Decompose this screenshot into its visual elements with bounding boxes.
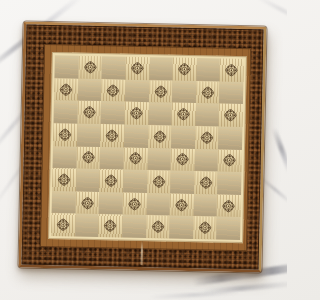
- floral-motif-icon: [198, 129, 216, 146]
- floral-motif-icon: [199, 84, 217, 101]
- square-r5c6[interactable]: [171, 148, 195, 171]
- floral-motif-icon: [126, 195, 144, 212]
- floral-motif-icon: [128, 60, 146, 77]
- floral-motif-icon: [127, 150, 145, 167]
- square-r7c3[interactable]: [99, 192, 123, 215]
- square-r4c1[interactable]: [53, 123, 77, 146]
- square-r2c2[interactable]: [78, 78, 102, 101]
- square-r3c1[interactable]: [53, 100, 77, 123]
- floral-motif-icon: [151, 128, 169, 145]
- square-r1c2[interactable]: [78, 56, 102, 79]
- board-outer-edge: [18, 21, 266, 272]
- square-r4c2[interactable]: [77, 124, 101, 147]
- floral-motif-icon: [102, 172, 120, 189]
- square-r7c4[interactable]: [122, 192, 146, 215]
- square-r3c7[interactable]: [195, 103, 219, 126]
- square-r8c6[interactable]: [169, 216, 193, 239]
- floral-motif-icon: [173, 196, 191, 213]
- square-r1c3[interactable]: [102, 56, 126, 79]
- floral-motif-icon: [101, 217, 119, 234]
- floral-motif-icon: [150, 173, 168, 190]
- square-r8c1[interactable]: [51, 213, 75, 236]
- floral-motif-icon: [197, 174, 215, 191]
- square-r8c5[interactable]: [146, 215, 170, 238]
- marble-vein: [148, 291, 240, 300]
- square-r7c8[interactable]: [217, 194, 241, 217]
- floral-motif-icon: [81, 59, 99, 76]
- marble-vein: [255, 0, 287, 26]
- plain-border: [40, 44, 251, 251]
- square-r7c2[interactable]: [75, 191, 99, 214]
- square-r2c5[interactable]: [148, 80, 172, 103]
- floral-motif-icon: [176, 61, 194, 78]
- square-r3c4[interactable]: [124, 102, 148, 125]
- square-r3c2[interactable]: [77, 101, 101, 124]
- square-r7c1[interactable]: [52, 191, 76, 214]
- floral-motif-icon: [220, 197, 238, 214]
- floral-motif-icon: [222, 107, 240, 124]
- floral-motif-icon: [103, 127, 121, 144]
- square-r1c6[interactable]: [173, 58, 197, 81]
- floral-motif-icon: [57, 81, 75, 98]
- square-r1c7[interactable]: [196, 58, 220, 81]
- board-grid: [51, 55, 244, 240]
- floral-motif-icon: [127, 105, 145, 122]
- square-r8c7[interactable]: [193, 216, 217, 239]
- marble-vein: [271, 127, 287, 174]
- square-r4c8[interactable]: [218, 126, 242, 149]
- square-r8c4[interactable]: [122, 215, 146, 238]
- square-r6c4[interactable]: [123, 170, 147, 193]
- square-r7c5[interactable]: [146, 193, 170, 216]
- square-r2c1[interactable]: [54, 78, 78, 101]
- square-r1c1[interactable]: [54, 55, 78, 78]
- square-r4c4[interactable]: [124, 124, 148, 147]
- square-r6c2[interactable]: [76, 169, 100, 192]
- square-r5c3[interactable]: [100, 147, 124, 170]
- carved-border: [22, 25, 264, 270]
- floral-motif-icon: [149, 218, 167, 235]
- marble-vein: [202, 281, 287, 295]
- chess-board: [18, 21, 266, 272]
- floral-motif-icon: [104, 82, 122, 99]
- square-r4c7[interactable]: [195, 126, 219, 149]
- square-r2c7[interactable]: [196, 81, 220, 104]
- square-r8c2[interactable]: [75, 214, 99, 237]
- floral-motif-icon: [174, 151, 192, 168]
- square-r4c5[interactable]: [147, 125, 171, 148]
- floral-motif-icon: [80, 104, 98, 121]
- square-r2c8[interactable]: [219, 81, 243, 104]
- square-r4c3[interactable]: [100, 124, 124, 147]
- floral-motif-icon: [175, 106, 193, 123]
- square-r4c6[interactable]: [171, 125, 195, 148]
- floral-motif-icon: [56, 126, 74, 143]
- square-r2c3[interactable]: [101, 79, 125, 102]
- square-r8c3[interactable]: [98, 214, 122, 237]
- square-r2c4[interactable]: [125, 79, 149, 102]
- square-r5c7[interactable]: [194, 149, 218, 172]
- floral-motif-icon: [221, 152, 239, 169]
- square-r1c8[interactable]: [220, 59, 244, 82]
- floral-motif-icon: [152, 83, 170, 100]
- square-r3c3[interactable]: [101, 101, 125, 124]
- field-outline: [48, 52, 247, 243]
- square-r5c4[interactable]: [123, 147, 147, 170]
- square-r6c3[interactable]: [99, 169, 123, 192]
- square-r5c1[interactable]: [53, 146, 77, 169]
- floral-motif-icon: [79, 149, 97, 166]
- square-r2c6[interactable]: [172, 80, 196, 103]
- square-r6c1[interactable]: [52, 168, 76, 191]
- square-r8c8[interactable]: [216, 217, 240, 240]
- square-r6c6[interactable]: [170, 171, 194, 194]
- square-r1c5[interactable]: [149, 57, 173, 80]
- square-r3c6[interactable]: [172, 103, 196, 126]
- floral-motif-icon: [78, 194, 96, 211]
- square-r5c2[interactable]: [76, 146, 100, 169]
- square-r6c5[interactable]: [147, 170, 171, 193]
- floral-motif-icon: [196, 219, 214, 236]
- square-r3c8[interactable]: [219, 104, 243, 127]
- floral-motif-icon: [54, 216, 72, 233]
- square-r5c8[interactable]: [218, 149, 242, 172]
- square-r1c4[interactable]: [125, 57, 149, 80]
- square-r7c6[interactable]: [170, 193, 194, 216]
- floral-motif-icon: [223, 62, 241, 79]
- square-r5c5[interactable]: [147, 148, 171, 171]
- floral-motif-icon: [55, 171, 73, 188]
- square-r6c7[interactable]: [194, 171, 218, 194]
- square-r6c8[interactable]: [217, 172, 241, 195]
- square-r7c7[interactable]: [193, 194, 217, 217]
- square-r3c5[interactable]: [148, 102, 172, 125]
